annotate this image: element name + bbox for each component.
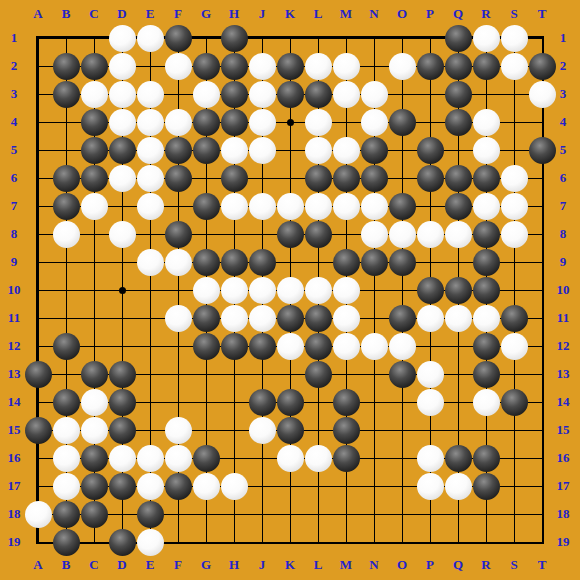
- stone-white-l7[interactable]: [305, 193, 332, 220]
- stone-white-a18[interactable]: [25, 501, 52, 528]
- stone-black-b3[interactable]: [53, 81, 80, 108]
- coord-label-right: 6: [550, 171, 576, 185]
- coord-label-left: 10: [2, 283, 26, 297]
- coord-label-right: 7: [550, 199, 576, 213]
- stone-black-n9[interactable]: [361, 249, 388, 276]
- stone-black-j12[interactable]: [249, 333, 276, 360]
- stone-white-c3[interactable]: [81, 81, 108, 108]
- stone-black-l13[interactable]: [305, 361, 332, 388]
- stone-black-a13[interactable]: [25, 361, 52, 388]
- stone-black-o7[interactable]: [389, 193, 416, 220]
- stone-white-c15[interactable]: [81, 417, 108, 444]
- stone-white-q8[interactable]: [445, 221, 472, 248]
- coord-label-bottom: N: [365, 558, 383, 572]
- coord-label-top: N: [365, 7, 383, 21]
- stone-black-l12[interactable]: [305, 333, 332, 360]
- stone-black-q7[interactable]: [445, 193, 472, 220]
- coord-label-left: 16: [2, 451, 26, 465]
- stone-white-c14[interactable]: [81, 389, 108, 416]
- stone-white-h5[interactable]: [221, 137, 248, 164]
- coord-label-right: 18: [550, 507, 576, 521]
- coord-label-left: 17: [2, 479, 26, 493]
- coord-label-top: R: [477, 7, 495, 21]
- stone-white-j5[interactable]: [249, 137, 276, 164]
- stone-black-n6[interactable]: [361, 165, 388, 192]
- coord-label-bottom: J: [253, 558, 271, 572]
- coord-label-right: 15: [550, 423, 576, 437]
- stone-white-j11[interactable]: [249, 305, 276, 332]
- stone-black-k11[interactable]: [277, 305, 304, 332]
- stone-white-d16[interactable]: [109, 445, 136, 472]
- stone-white-s8[interactable]: [501, 221, 528, 248]
- stone-black-q2[interactable]: [445, 53, 472, 80]
- stone-black-c5[interactable]: [81, 137, 108, 164]
- stone-white-s1[interactable]: [501, 25, 528, 52]
- stone-white-l5[interactable]: [305, 137, 332, 164]
- stone-black-t5[interactable]: [529, 137, 556, 164]
- stone-black-c18[interactable]: [81, 501, 108, 528]
- stone-white-s6[interactable]: [501, 165, 528, 192]
- coord-label-left: 1: [2, 31, 26, 45]
- stone-white-r11[interactable]: [473, 305, 500, 332]
- stone-black-l11[interactable]: [305, 305, 332, 332]
- stone-black-k8[interactable]: [277, 221, 304, 248]
- stone-black-d14[interactable]: [109, 389, 136, 416]
- stone-black-r2[interactable]: [473, 53, 500, 80]
- stone-black-f5[interactable]: [165, 137, 192, 164]
- stone-white-h7[interactable]: [221, 193, 248, 220]
- stone-black-c13[interactable]: [81, 361, 108, 388]
- stone-white-b16[interactable]: [53, 445, 80, 472]
- stone-black-q6[interactable]: [445, 165, 472, 192]
- stone-white-q11[interactable]: [445, 305, 472, 332]
- stone-white-m10[interactable]: [333, 277, 360, 304]
- stone-white-f11[interactable]: [165, 305, 192, 332]
- stone-black-g16[interactable]: [193, 445, 220, 472]
- stone-white-m2[interactable]: [333, 53, 360, 80]
- stone-white-j7[interactable]: [249, 193, 276, 220]
- coord-label-top: C: [85, 7, 103, 21]
- stone-white-b17[interactable]: [53, 473, 80, 500]
- stone-white-d3[interactable]: [109, 81, 136, 108]
- stone-white-p17[interactable]: [417, 473, 444, 500]
- stone-black-d5[interactable]: [109, 137, 136, 164]
- stone-black-r16[interactable]: [473, 445, 500, 472]
- coord-label-left: 11: [2, 311, 26, 325]
- coord-label-left: 12: [2, 339, 26, 353]
- coord-label-left: 15: [2, 423, 26, 437]
- stone-black-h6[interactable]: [221, 165, 248, 192]
- stone-black-g4[interactable]: [193, 109, 220, 136]
- stone-white-p16[interactable]: [417, 445, 444, 472]
- coord-label-right: 4: [550, 115, 576, 129]
- coord-label-top: S: [505, 7, 523, 21]
- stone-white-n12[interactable]: [361, 333, 388, 360]
- stone-black-h9[interactable]: [221, 249, 248, 276]
- coord-label-right: 1: [550, 31, 576, 45]
- coord-label-bottom: K: [281, 558, 299, 572]
- stone-black-r6[interactable]: [473, 165, 500, 192]
- stone-black-s14[interactable]: [501, 389, 528, 416]
- stone-black-c16[interactable]: [81, 445, 108, 472]
- stone-white-g17[interactable]: [193, 473, 220, 500]
- stone-black-b2[interactable]: [53, 53, 80, 80]
- stone-black-q16[interactable]: [445, 445, 472, 472]
- stone-black-g7[interactable]: [193, 193, 220, 220]
- stone-white-n7[interactable]: [361, 193, 388, 220]
- stone-white-e5[interactable]: [137, 137, 164, 164]
- stone-black-o13[interactable]: [389, 361, 416, 388]
- stone-white-j10[interactable]: [249, 277, 276, 304]
- stone-black-g2[interactable]: [193, 53, 220, 80]
- stone-white-m5[interactable]: [333, 137, 360, 164]
- coord-label-bottom: M: [337, 558, 355, 572]
- stone-black-b14[interactable]: [53, 389, 80, 416]
- stone-black-h3[interactable]: [221, 81, 248, 108]
- stone-white-l2[interactable]: [305, 53, 332, 80]
- stone-black-b18[interactable]: [53, 501, 80, 528]
- stone-black-c17[interactable]: [81, 473, 108, 500]
- coord-label-bottom: T: [533, 558, 551, 572]
- stone-white-k10[interactable]: [277, 277, 304, 304]
- stone-white-l16[interactable]: [305, 445, 332, 472]
- stone-white-n8[interactable]: [361, 221, 388, 248]
- coord-label-left: 13: [2, 367, 26, 381]
- stone-white-e16[interactable]: [137, 445, 164, 472]
- stone-black-a15[interactable]: [25, 417, 52, 444]
- coord-label-right: 13: [550, 367, 576, 381]
- stone-white-r4[interactable]: [473, 109, 500, 136]
- coord-label-top: L: [309, 7, 327, 21]
- stone-white-r5[interactable]: [473, 137, 500, 164]
- coord-label-left: 4: [2, 115, 26, 129]
- coord-label-top: A: [29, 7, 47, 21]
- stone-black-f17[interactable]: [165, 473, 192, 500]
- stone-black-k3[interactable]: [277, 81, 304, 108]
- coord-label-right: 10: [550, 283, 576, 297]
- coord-label-bottom: R: [477, 558, 495, 572]
- coord-label-right: 8: [550, 227, 576, 241]
- stone-black-g5[interactable]: [193, 137, 220, 164]
- coord-label-right: 14: [550, 395, 576, 409]
- coord-label-left: 19: [2, 535, 26, 549]
- stone-black-k15[interactable]: [277, 417, 304, 444]
- stone-white-f9[interactable]: [165, 249, 192, 276]
- stone-black-q3[interactable]: [445, 81, 472, 108]
- star-point-k4: [287, 119, 294, 126]
- coord-label-top: D: [113, 7, 131, 21]
- coord-label-bottom: L: [309, 558, 327, 572]
- coord-label-bottom: E: [141, 558, 159, 572]
- coord-label-bottom: H: [225, 558, 243, 572]
- stone-white-p8[interactable]: [417, 221, 444, 248]
- stone-black-b12[interactable]: [53, 333, 80, 360]
- coord-label-top: H: [225, 7, 243, 21]
- coord-label-top: B: [57, 7, 75, 21]
- stone-white-n4[interactable]: [361, 109, 388, 136]
- stone-black-c4[interactable]: [81, 109, 108, 136]
- stone-white-m3[interactable]: [333, 81, 360, 108]
- stone-black-g11[interactable]: [193, 305, 220, 332]
- stone-white-g3[interactable]: [193, 81, 220, 108]
- star-point-d10: [119, 287, 126, 294]
- coord-label-right: 17: [550, 479, 576, 493]
- stone-white-f16[interactable]: [165, 445, 192, 472]
- stone-black-k14[interactable]: [277, 389, 304, 416]
- coord-label-bottom: Q: [449, 558, 467, 572]
- stone-white-j2[interactable]: [249, 53, 276, 80]
- stone-white-j15[interactable]: [249, 417, 276, 444]
- stone-white-p14[interactable]: [417, 389, 444, 416]
- coord-label-right: 9: [550, 255, 576, 269]
- stone-black-k2[interactable]: [277, 53, 304, 80]
- stone-white-e1[interactable]: [137, 25, 164, 52]
- stone-white-k7[interactable]: [277, 193, 304, 220]
- stone-white-f15[interactable]: [165, 417, 192, 444]
- stone-black-q4[interactable]: [445, 109, 472, 136]
- coord-label-bottom: A: [29, 558, 47, 572]
- stone-white-s2[interactable]: [501, 53, 528, 80]
- stone-white-o12[interactable]: [389, 333, 416, 360]
- stone-black-r8[interactable]: [473, 221, 500, 248]
- stone-black-f6[interactable]: [165, 165, 192, 192]
- stone-white-l4[interactable]: [305, 109, 332, 136]
- stone-black-d13[interactable]: [109, 361, 136, 388]
- stone-black-h4[interactable]: [221, 109, 248, 136]
- coord-label-bottom: D: [113, 558, 131, 572]
- coord-label-top: T: [533, 7, 551, 21]
- coord-label-bottom: S: [505, 558, 523, 572]
- stone-white-r14[interactable]: [473, 389, 500, 416]
- stone-black-m16[interactable]: [333, 445, 360, 472]
- coord-label-left: 8: [2, 227, 26, 241]
- stone-black-b7[interactable]: [53, 193, 80, 220]
- stone-black-s11[interactable]: [501, 305, 528, 332]
- stone-white-o8[interactable]: [389, 221, 416, 248]
- coord-label-bottom: O: [393, 558, 411, 572]
- stone-black-d17[interactable]: [109, 473, 136, 500]
- stone-white-d4[interactable]: [109, 109, 136, 136]
- stone-black-o9[interactable]: [389, 249, 416, 276]
- stone-black-r10[interactable]: [473, 277, 500, 304]
- stone-white-h11[interactable]: [221, 305, 248, 332]
- stone-white-n3[interactable]: [361, 81, 388, 108]
- coord-label-top: P: [421, 7, 439, 21]
- stone-black-e18[interactable]: [137, 501, 164, 528]
- stone-white-c7[interactable]: [81, 193, 108, 220]
- stone-white-k12[interactable]: [277, 333, 304, 360]
- stone-black-r9[interactable]: [473, 249, 500, 276]
- stone-white-h10[interactable]: [221, 277, 248, 304]
- stone-black-d19[interactable]: [109, 529, 136, 556]
- stone-black-q10[interactable]: [445, 277, 472, 304]
- coord-label-top: Q: [449, 7, 467, 21]
- stone-black-o11[interactable]: [389, 305, 416, 332]
- coord-label-top: J: [253, 7, 271, 21]
- stone-white-m11[interactable]: [333, 305, 360, 332]
- coord-label-bottom: B: [57, 558, 75, 572]
- stone-black-b19[interactable]: [53, 529, 80, 556]
- goban[interactable]: AABBCCDDEEFFGGHHJJKKLLMMNNOOPPQQRRSSTT11…: [0, 0, 580, 580]
- stone-white-q17[interactable]: [445, 473, 472, 500]
- stone-black-p10[interactable]: [417, 277, 444, 304]
- stone-black-g12[interactable]: [193, 333, 220, 360]
- stone-black-r17[interactable]: [473, 473, 500, 500]
- stone-white-b15[interactable]: [53, 417, 80, 444]
- stone-black-r13[interactable]: [473, 361, 500, 388]
- stone-black-d15[interactable]: [109, 417, 136, 444]
- stone-black-j9[interactable]: [249, 249, 276, 276]
- stone-black-l6[interactable]: [305, 165, 332, 192]
- stone-black-m6[interactable]: [333, 165, 360, 192]
- stone-white-e3[interactable]: [137, 81, 164, 108]
- coord-label-left: 6: [2, 171, 26, 185]
- stone-white-e17[interactable]: [137, 473, 164, 500]
- stone-black-t2[interactable]: [529, 53, 556, 80]
- coord-label-left: 9: [2, 255, 26, 269]
- stone-white-f4[interactable]: [165, 109, 192, 136]
- coord-label-left: 5: [2, 143, 26, 157]
- stone-white-m7[interactable]: [333, 193, 360, 220]
- stone-white-p13[interactable]: [417, 361, 444, 388]
- coord-label-left: 7: [2, 199, 26, 213]
- coord-label-right: 19: [550, 535, 576, 549]
- stone-black-p5[interactable]: [417, 137, 444, 164]
- coord-label-top: E: [141, 7, 159, 21]
- stone-black-f8[interactable]: [165, 221, 192, 248]
- stone-white-s7[interactable]: [501, 193, 528, 220]
- stone-white-j3[interactable]: [249, 81, 276, 108]
- stone-black-c2[interactable]: [81, 53, 108, 80]
- stone-white-d1[interactable]: [109, 25, 136, 52]
- stone-black-l8[interactable]: [305, 221, 332, 248]
- coord-label-top: F: [169, 7, 187, 21]
- stone-black-h1[interactable]: [221, 25, 248, 52]
- coord-label-right: 11: [550, 311, 576, 325]
- stone-black-j14[interactable]: [249, 389, 276, 416]
- stone-black-h12[interactable]: [221, 333, 248, 360]
- stone-white-r1[interactable]: [473, 25, 500, 52]
- stone-white-g10[interactable]: [193, 277, 220, 304]
- stone-white-d8[interactable]: [109, 221, 136, 248]
- stone-black-b6[interactable]: [53, 165, 80, 192]
- stone-black-m14[interactable]: [333, 389, 360, 416]
- stone-white-j4[interactable]: [249, 109, 276, 136]
- stone-white-s12[interactable]: [501, 333, 528, 360]
- stone-white-e7[interactable]: [137, 193, 164, 220]
- coord-label-left: 2: [2, 59, 26, 73]
- coord-label-top: G: [197, 7, 215, 21]
- stone-black-n5[interactable]: [361, 137, 388, 164]
- stone-black-r12[interactable]: [473, 333, 500, 360]
- stone-white-e4[interactable]: [137, 109, 164, 136]
- stone-white-t3[interactable]: [529, 81, 556, 108]
- stone-white-e19[interactable]: [137, 529, 164, 556]
- stone-white-k16[interactable]: [277, 445, 304, 472]
- stone-black-l3[interactable]: [305, 81, 332, 108]
- coord-label-bottom: C: [85, 558, 103, 572]
- stone-white-e9[interactable]: [137, 249, 164, 276]
- stone-white-f2[interactable]: [165, 53, 192, 80]
- coord-label-bottom: F: [169, 558, 187, 572]
- stone-black-p6[interactable]: [417, 165, 444, 192]
- coord-label-top: K: [281, 7, 299, 21]
- coord-label-right: 16: [550, 451, 576, 465]
- coord-label-left: 14: [2, 395, 26, 409]
- stone-white-r7[interactable]: [473, 193, 500, 220]
- coord-label-top: O: [393, 7, 411, 21]
- stone-white-b8[interactable]: [53, 221, 80, 248]
- coord-label-right: 12: [550, 339, 576, 353]
- stone-black-q1[interactable]: [445, 25, 472, 52]
- stone-white-m12[interactable]: [333, 333, 360, 360]
- stone-black-g9[interactable]: [193, 249, 220, 276]
- stone-white-e6[interactable]: [137, 165, 164, 192]
- stone-black-o4[interactable]: [389, 109, 416, 136]
- stone-black-f1[interactable]: [165, 25, 192, 52]
- stone-white-d2[interactable]: [109, 53, 136, 80]
- stone-white-d6[interactable]: [109, 165, 136, 192]
- stone-black-m9[interactable]: [333, 249, 360, 276]
- stone-white-o2[interactable]: [389, 53, 416, 80]
- stone-black-c6[interactable]: [81, 165, 108, 192]
- coord-label-left: 18: [2, 507, 26, 521]
- coord-label-bottom: P: [421, 558, 439, 572]
- stone-white-h17[interactable]: [221, 473, 248, 500]
- stone-black-m15[interactable]: [333, 417, 360, 444]
- coord-label-bottom: G: [197, 558, 215, 572]
- stone-black-h2[interactable]: [221, 53, 248, 80]
- stone-white-l10[interactable]: [305, 277, 332, 304]
- stone-black-p2[interactable]: [417, 53, 444, 80]
- stone-white-p11[interactable]: [417, 305, 444, 332]
- coord-label-left: 3: [2, 87, 26, 101]
- coord-label-top: M: [337, 7, 355, 21]
